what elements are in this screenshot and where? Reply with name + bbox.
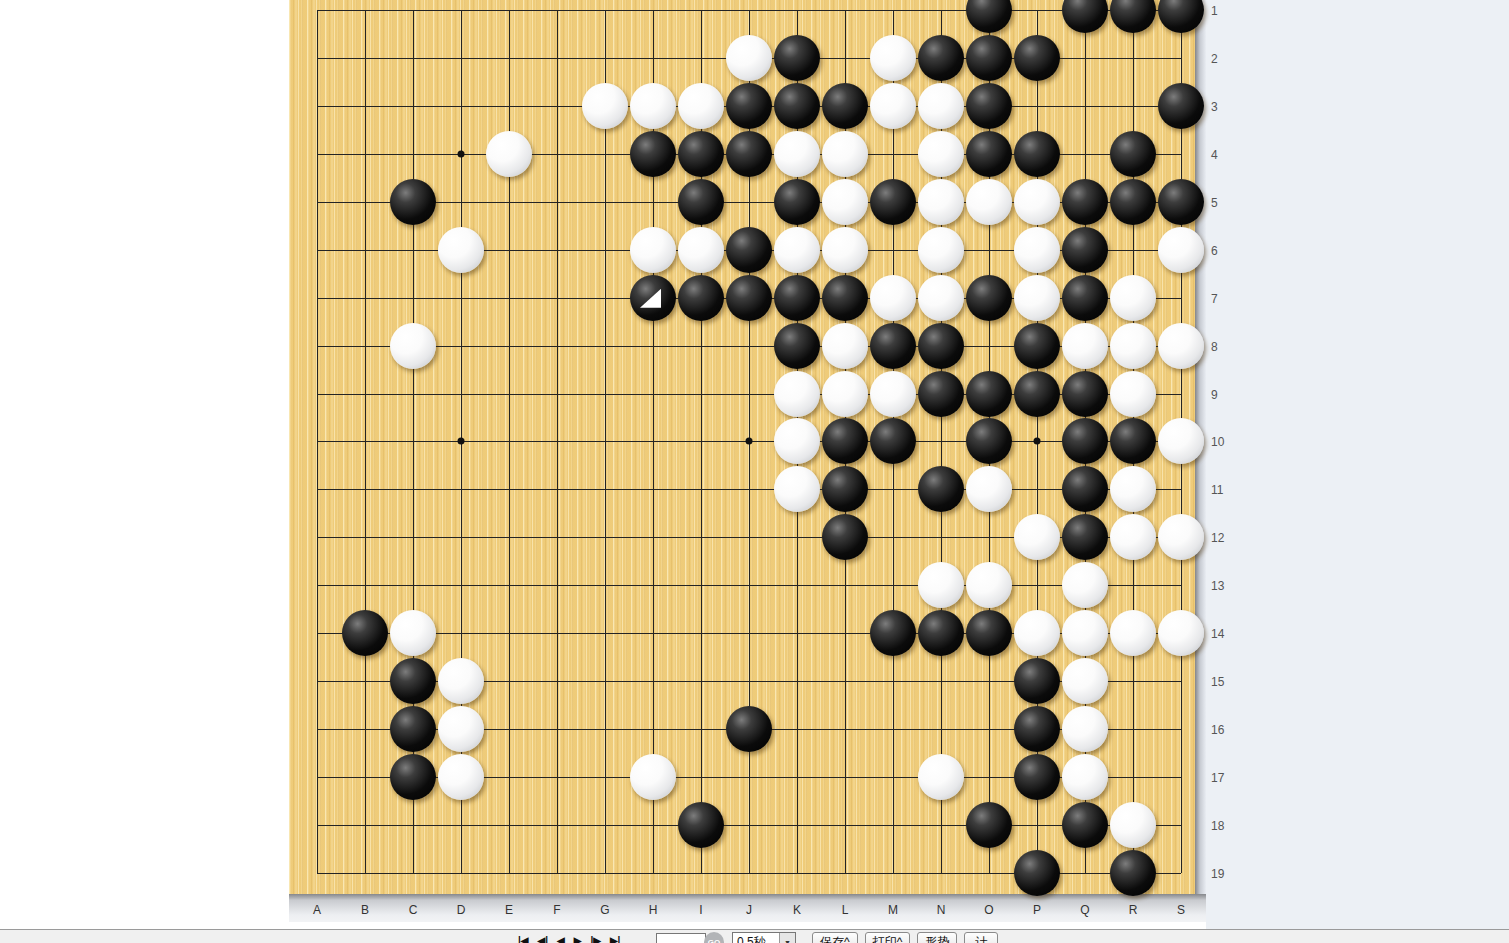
stone-Q18 bbox=[1062, 802, 1108, 848]
stone-Q10 bbox=[1062, 418, 1108, 464]
stone-N11 bbox=[918, 466, 964, 512]
column-label: Q bbox=[1080, 903, 1089, 917]
stone-K2 bbox=[774, 35, 820, 81]
stone-R19 bbox=[1110, 850, 1156, 896]
stone-I3 bbox=[678, 83, 724, 129]
stone-O10 bbox=[966, 418, 1012, 464]
delay-select-value: 0.5秒 bbox=[733, 934, 779, 943]
stone-Q8 bbox=[1062, 323, 1108, 369]
stone-J7 bbox=[726, 275, 772, 321]
stone-M8 bbox=[870, 323, 916, 369]
stone-I4 bbox=[678, 131, 724, 177]
star-point bbox=[1034, 438, 1041, 445]
stone-M3 bbox=[870, 83, 916, 129]
stone-L7 bbox=[822, 275, 868, 321]
print-button[interactable]: 打印^ bbox=[865, 932, 911, 943]
stone-P17 bbox=[1014, 754, 1060, 800]
stone-K11 bbox=[774, 466, 820, 512]
stone-P9 bbox=[1014, 371, 1060, 417]
stone-Q17 bbox=[1062, 754, 1108, 800]
stone-S1 bbox=[1158, 0, 1204, 33]
stone-S6 bbox=[1158, 227, 1204, 273]
stone-P7 bbox=[1014, 275, 1060, 321]
stone-N17 bbox=[918, 754, 964, 800]
page: ABCDEFGHIJKLMNOPQRS123456789101112131415… bbox=[0, 0, 1509, 943]
row-label: 2 bbox=[1211, 52, 1218, 66]
stone-M10 bbox=[870, 418, 916, 464]
stone-L6 bbox=[822, 227, 868, 273]
row-label: 13 bbox=[1211, 579, 1224, 593]
stone-N7 bbox=[918, 275, 964, 321]
move-number-input[interactable] bbox=[656, 933, 706, 943]
stone-O2 bbox=[966, 35, 1012, 81]
stone-R12 bbox=[1110, 514, 1156, 560]
stone-P12 bbox=[1014, 514, 1060, 560]
stone-P15 bbox=[1014, 658, 1060, 704]
stone-Q13 bbox=[1062, 562, 1108, 608]
row-label: 14 bbox=[1211, 627, 1224, 641]
stone-Q5 bbox=[1062, 179, 1108, 225]
nav-forward-button[interactable]: ▶ bbox=[574, 935, 582, 943]
stone-S3 bbox=[1158, 83, 1204, 129]
stone-Q14 bbox=[1062, 610, 1108, 656]
stone-O7 bbox=[966, 275, 1012, 321]
stone-Q7 bbox=[1062, 275, 1108, 321]
stone-P4 bbox=[1014, 131, 1060, 177]
stone-K4 bbox=[774, 131, 820, 177]
stone-O1 bbox=[966, 0, 1012, 33]
stone-N4 bbox=[918, 131, 964, 177]
row-label: 18 bbox=[1211, 819, 1224, 833]
stone-L11 bbox=[822, 466, 868, 512]
stone-Q16 bbox=[1062, 706, 1108, 752]
stone-J2 bbox=[726, 35, 772, 81]
stone-R9 bbox=[1110, 371, 1156, 417]
stone-R4 bbox=[1110, 131, 1156, 177]
stone-N13 bbox=[918, 562, 964, 608]
column-label: J bbox=[746, 903, 752, 917]
column-label: R bbox=[1129, 903, 1138, 917]
row-label: 8 bbox=[1211, 339, 1218, 353]
stone-K10 bbox=[774, 418, 820, 464]
stone-H3 bbox=[630, 83, 676, 129]
stone-P14 bbox=[1014, 610, 1060, 656]
board-layer: ABCDEFGHIJKLMNOPQRS123456789101112131415… bbox=[0, 0, 1509, 943]
stone-I18 bbox=[678, 802, 724, 848]
column-label: G bbox=[600, 903, 609, 917]
stone-N6 bbox=[918, 227, 964, 273]
delay-select[interactable]: 0.5秒 ▼ bbox=[732, 932, 796, 943]
stone-P16 bbox=[1014, 706, 1060, 752]
stone-O9 bbox=[966, 371, 1012, 417]
stone-L9 bbox=[822, 371, 868, 417]
stone-C16 bbox=[390, 706, 436, 752]
column-label: C bbox=[409, 903, 418, 917]
stone-J4 bbox=[726, 131, 772, 177]
count-button[interactable]: 计 bbox=[964, 932, 998, 943]
stone-L5 bbox=[822, 179, 868, 225]
row-label: 3 bbox=[1211, 100, 1218, 114]
stone-S10 bbox=[1158, 418, 1204, 464]
stone-H7 bbox=[630, 275, 676, 321]
stone-I5 bbox=[678, 179, 724, 225]
stone-C8 bbox=[390, 323, 436, 369]
nav-last-button[interactable]: ▶| bbox=[610, 935, 621, 943]
star-point bbox=[458, 150, 465, 157]
toolbar: |◀◀|◀▶|▶▶| GO 0.5秒 ▼ 保存^打印^形势计 bbox=[0, 929, 1509, 943]
stone-P2 bbox=[1014, 35, 1060, 81]
column-label: N bbox=[937, 903, 946, 917]
stone-H17 bbox=[630, 754, 676, 800]
stone-L10 bbox=[822, 418, 868, 464]
stone-K3 bbox=[774, 83, 820, 129]
chevron-down-icon: ▼ bbox=[779, 933, 795, 943]
last-move-marker bbox=[640, 289, 661, 308]
stone-R14 bbox=[1110, 610, 1156, 656]
stone-O5 bbox=[966, 179, 1012, 225]
stone-H4 bbox=[630, 131, 676, 177]
stone-I6 bbox=[678, 227, 724, 273]
stone-J16 bbox=[726, 706, 772, 752]
stone-H6 bbox=[630, 227, 676, 273]
nav-back-fast-button[interactable]: ◀| bbox=[538, 935, 549, 943]
stone-K8 bbox=[774, 323, 820, 369]
stone-D15 bbox=[438, 658, 484, 704]
stone-M14 bbox=[870, 610, 916, 656]
stone-P6 bbox=[1014, 227, 1060, 273]
column-label: O bbox=[984, 903, 993, 917]
row-label: 10 bbox=[1211, 435, 1224, 449]
stone-O11 bbox=[966, 466, 1012, 512]
stone-R7 bbox=[1110, 275, 1156, 321]
column-label: I bbox=[699, 903, 702, 917]
stone-R10 bbox=[1110, 418, 1156, 464]
stone-S5 bbox=[1158, 179, 1204, 225]
column-label: D bbox=[457, 903, 466, 917]
grid-line-horizontal bbox=[317, 825, 1181, 826]
row-label: 1 bbox=[1211, 4, 1218, 18]
stone-M7 bbox=[870, 275, 916, 321]
estimate-button[interactable]: 形势 bbox=[917, 932, 957, 943]
column-label: H bbox=[649, 903, 658, 917]
stone-Q9 bbox=[1062, 371, 1108, 417]
row-label: 5 bbox=[1211, 195, 1218, 209]
nav-first-button[interactable]: |◀ bbox=[518, 935, 529, 943]
stone-O4 bbox=[966, 131, 1012, 177]
star-point bbox=[746, 438, 753, 445]
row-label: 12 bbox=[1211, 531, 1224, 545]
stone-R18 bbox=[1110, 802, 1156, 848]
stone-S12 bbox=[1158, 514, 1204, 560]
stone-K7 bbox=[774, 275, 820, 321]
stone-N9 bbox=[918, 371, 964, 417]
stone-N5 bbox=[918, 179, 964, 225]
stone-M9 bbox=[870, 371, 916, 417]
stone-N8 bbox=[918, 323, 964, 369]
stone-Q6 bbox=[1062, 227, 1108, 273]
stone-P8 bbox=[1014, 323, 1060, 369]
stone-K5 bbox=[774, 179, 820, 225]
stone-C5 bbox=[390, 179, 436, 225]
stone-O18 bbox=[966, 802, 1012, 848]
stone-D17 bbox=[438, 754, 484, 800]
stone-L8 bbox=[822, 323, 868, 369]
stone-M2 bbox=[870, 35, 916, 81]
stone-C14 bbox=[390, 610, 436, 656]
stone-Q11 bbox=[1062, 466, 1108, 512]
column-label: L bbox=[842, 903, 849, 917]
row-label: 7 bbox=[1211, 291, 1218, 305]
grid-line-horizontal bbox=[317, 489, 1181, 490]
stone-Q12 bbox=[1062, 514, 1108, 560]
stone-J3 bbox=[726, 83, 772, 129]
stone-N3 bbox=[918, 83, 964, 129]
stone-R5 bbox=[1110, 179, 1156, 225]
column-label: K bbox=[793, 903, 801, 917]
row-label: 4 bbox=[1211, 148, 1218, 162]
column-label: P bbox=[1033, 903, 1041, 917]
stone-R1 bbox=[1110, 0, 1156, 33]
toolbar-buttons: 保存^打印^形势计 bbox=[812, 932, 998, 943]
stone-C17 bbox=[390, 754, 436, 800]
column-label: M bbox=[888, 903, 898, 917]
row-label: 15 bbox=[1211, 675, 1224, 689]
row-label: 19 bbox=[1211, 867, 1224, 881]
stone-L3 bbox=[822, 83, 868, 129]
stone-M5 bbox=[870, 179, 916, 225]
column-label: S bbox=[1177, 903, 1185, 917]
move-navigation: |◀◀|◀▶|▶▶| bbox=[518, 935, 620, 943]
grid-line-horizontal bbox=[317, 585, 1181, 586]
stone-L12 bbox=[822, 514, 868, 560]
save-button[interactable]: 保存^ bbox=[812, 932, 858, 943]
column-label: A bbox=[313, 903, 321, 917]
stone-O3 bbox=[966, 83, 1012, 129]
stone-R8 bbox=[1110, 323, 1156, 369]
stone-D6 bbox=[438, 227, 484, 273]
go-button[interactable]: GO bbox=[704, 932, 724, 943]
stone-I7 bbox=[678, 275, 724, 321]
stone-N14 bbox=[918, 610, 964, 656]
stone-S14 bbox=[1158, 610, 1204, 656]
row-label: 6 bbox=[1211, 243, 1218, 257]
row-label: 16 bbox=[1211, 723, 1224, 737]
stone-B14 bbox=[342, 610, 388, 656]
stone-O13 bbox=[966, 562, 1012, 608]
stone-O14 bbox=[966, 610, 1012, 656]
stone-S8 bbox=[1158, 323, 1204, 369]
column-label: B bbox=[361, 903, 369, 917]
stone-D16 bbox=[438, 706, 484, 752]
row-label: 17 bbox=[1211, 771, 1224, 785]
star-point bbox=[458, 438, 465, 445]
stone-P5 bbox=[1014, 179, 1060, 225]
stone-N2 bbox=[918, 35, 964, 81]
stone-C15 bbox=[390, 658, 436, 704]
stone-K9 bbox=[774, 371, 820, 417]
stone-R11 bbox=[1110, 466, 1156, 512]
column-label: E bbox=[505, 903, 513, 917]
row-label: 11 bbox=[1211, 483, 1223, 497]
stone-Q15 bbox=[1062, 658, 1108, 704]
stone-Q1 bbox=[1062, 0, 1108, 33]
column-label: F bbox=[553, 903, 560, 917]
nav-back-button[interactable]: ◀ bbox=[557, 935, 565, 943]
row-label: 9 bbox=[1211, 387, 1218, 401]
stone-E4 bbox=[486, 131, 532, 177]
stone-K6 bbox=[774, 227, 820, 273]
stone-P19 bbox=[1014, 850, 1060, 896]
stone-J6 bbox=[726, 227, 772, 273]
stone-L4 bbox=[822, 131, 868, 177]
nav-forward-fast-button[interactable]: |▶ bbox=[590, 935, 601, 943]
stone-G3 bbox=[582, 83, 628, 129]
